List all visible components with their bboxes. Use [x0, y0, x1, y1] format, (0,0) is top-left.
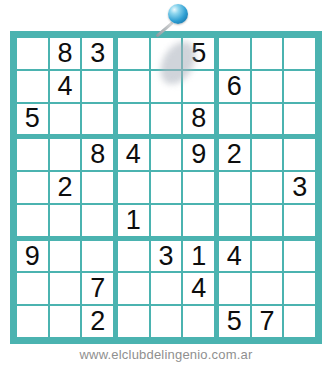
box-r3c3: 457	[219, 241, 315, 337]
cell-r8c9	[284, 273, 315, 304]
cell-r4c7: 2	[219, 139, 250, 170]
cell-r1c7	[219, 38, 250, 69]
cell-r2c6	[183, 71, 214, 102]
box-r1c1: 8345	[17, 38, 113, 134]
cell-r9c8: 7	[252, 306, 283, 337]
cell-r2c1	[17, 71, 48, 102]
cell-r8c7	[219, 273, 250, 304]
cell-r8c8	[252, 273, 283, 304]
cell-r8c5	[151, 273, 182, 304]
cell-r8c6: 4	[183, 273, 214, 304]
cell-r7c4	[118, 241, 149, 272]
cell-r5c5	[151, 172, 182, 203]
cell-r5c9: 3	[284, 172, 315, 203]
cell-r3c7	[219, 104, 250, 135]
sudoku-board: 83455868249123972314457	[10, 31, 322, 344]
cell-r3c9	[284, 104, 315, 135]
cell-r2c3	[82, 71, 113, 102]
sudoku-puzzle-image: 83455868249123972314457 www.elclubdeling…	[0, 0, 332, 366]
cell-r1c8	[252, 38, 283, 69]
cell-r1c1	[17, 38, 48, 69]
cell-r5c1	[17, 172, 48, 203]
box-r2c2: 491	[118, 139, 214, 235]
cell-r7c7: 4	[219, 241, 250, 272]
cell-r3c6: 8	[183, 104, 214, 135]
cell-r3c2	[50, 104, 81, 135]
cell-r6c2	[50, 205, 81, 236]
box-r1c3: 6	[219, 38, 315, 134]
cell-r5c2: 2	[50, 172, 81, 203]
cell-r2c2: 4	[50, 71, 81, 102]
cell-r9c4	[118, 306, 149, 337]
cell-r2c4	[118, 71, 149, 102]
cell-r7c3	[82, 241, 113, 272]
cell-r9c7: 5	[219, 306, 250, 337]
cell-r4c3: 8	[82, 139, 113, 170]
cell-r1c6: 5	[183, 38, 214, 69]
cell-r8c3: 7	[82, 273, 113, 304]
cell-r6c9	[284, 205, 315, 236]
cell-r2c9	[284, 71, 315, 102]
cell-r2c7: 6	[219, 71, 250, 102]
cell-r9c6	[183, 306, 214, 337]
cell-r6c5	[151, 205, 182, 236]
cell-r4c1	[17, 139, 48, 170]
cell-r1c4	[118, 38, 149, 69]
cell-r4c6: 9	[183, 139, 214, 170]
cell-r7c5: 3	[151, 241, 182, 272]
cell-r5c7	[219, 172, 250, 203]
cell-r2c8	[252, 71, 283, 102]
cell-r2c5	[151, 71, 182, 102]
cell-r7c1: 9	[17, 241, 48, 272]
cell-r8c4	[118, 273, 149, 304]
cell-r9c9	[284, 306, 315, 337]
cell-r6c3	[82, 205, 113, 236]
cell-r6c4: 1	[118, 205, 149, 236]
cell-r7c8	[252, 241, 283, 272]
cell-r3c1: 5	[17, 104, 48, 135]
cell-r4c8	[252, 139, 283, 170]
cell-r3c3	[82, 104, 113, 135]
cell-r7c9	[284, 241, 315, 272]
cell-r8c2	[50, 273, 81, 304]
cell-r6c7	[219, 205, 250, 236]
cell-r5c8	[252, 172, 283, 203]
box-r3c2: 314	[118, 241, 214, 337]
cell-r9c2	[50, 306, 81, 337]
box-r2c1: 82	[17, 139, 113, 235]
cell-r6c8	[252, 205, 283, 236]
cell-r9c5	[151, 306, 182, 337]
cell-r3c8	[252, 104, 283, 135]
box-r1c2: 58	[118, 38, 214, 134]
cell-r3c4	[118, 104, 149, 135]
box-r3c1: 972	[17, 241, 113, 337]
cell-r4c2	[50, 139, 81, 170]
cell-r7c2	[50, 241, 81, 272]
cell-r6c6	[183, 205, 214, 236]
cell-r5c3	[82, 172, 113, 203]
pushpin-icon	[168, 4, 188, 24]
cell-r5c4	[118, 172, 149, 203]
cell-r4c4: 4	[118, 139, 149, 170]
cell-r4c9	[284, 139, 315, 170]
cell-r8c1	[17, 273, 48, 304]
cell-r9c1	[17, 306, 48, 337]
cell-r1c9	[284, 38, 315, 69]
cell-r6c1	[17, 205, 48, 236]
cell-r1c5	[151, 38, 182, 69]
cell-r1c2: 8	[50, 38, 81, 69]
cell-r5c6	[183, 172, 214, 203]
box-r2c3: 23	[219, 139, 315, 235]
cell-r1c3: 3	[82, 38, 113, 69]
cell-r7c6: 1	[183, 241, 214, 272]
website-url: www.elclubdelingenio.com.ar	[0, 347, 332, 362]
cell-r9c3: 2	[82, 306, 113, 337]
cell-r3c5	[151, 104, 182, 135]
cell-r4c5	[151, 139, 182, 170]
